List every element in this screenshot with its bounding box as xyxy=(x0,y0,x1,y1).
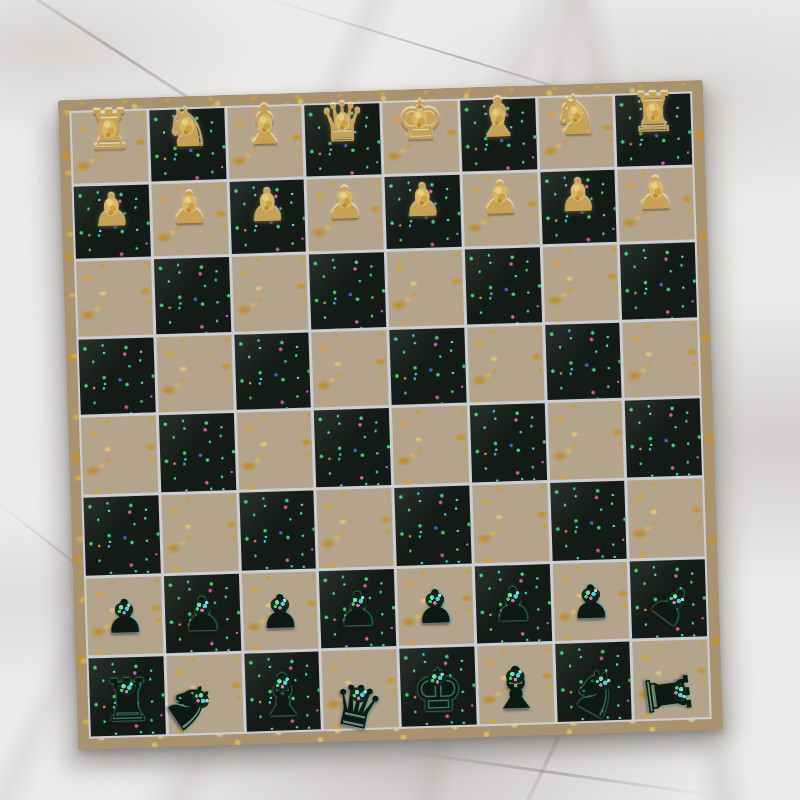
square-r1c0[interactable]: ♟ xyxy=(74,184,151,259)
piece-glyph: ♝ xyxy=(256,666,310,726)
chess-board: ♜♞♝♛♚♝♞♜♟♟♟♟♟♟♟♟♟♟♟♟♟♟♟♟♜♞♝♛♚♝♞♜ xyxy=(58,80,723,750)
white-bishop[interactable]: ♝ xyxy=(473,107,523,162)
black-bishop[interactable]: ♝ xyxy=(489,655,543,715)
square-r1c2[interactable]: ♟ xyxy=(229,179,306,254)
board-grid: ♜♞♝♛♚♝♞♜♟♟♟♟♟♟♟♟♟♟♟♟♟♟♟♟♜♞♝♛♚♝♞♜ xyxy=(69,91,711,738)
square-r7c4[interactable]: ♚ xyxy=(399,647,476,727)
square-r0c3[interactable]: ♛ xyxy=(304,103,381,176)
square-r0c5[interactable]: ♝ xyxy=(460,98,537,171)
black-king[interactable]: ♚ xyxy=(411,657,465,717)
piece-glyph: ♟ xyxy=(91,188,132,233)
square-r4c7[interactable] xyxy=(625,398,702,477)
white-queen[interactable]: ♛ xyxy=(318,112,368,167)
black-bishop[interactable]: ♝ xyxy=(256,662,310,722)
square-r1c1[interactable]: ♟ xyxy=(151,182,228,257)
square-r3c4[interactable] xyxy=(389,327,466,405)
square-r0c0[interactable]: ♜ xyxy=(71,111,148,184)
square-r1c7[interactable]: ♟ xyxy=(618,167,695,242)
square-r1c6[interactable]: ♟ xyxy=(540,170,617,245)
white-rook[interactable]: ♜ xyxy=(629,102,679,157)
square-r6c6[interactable]: ♟ xyxy=(552,561,629,641)
square-r6c0[interactable]: ♟ xyxy=(86,576,163,656)
square-r4c3[interactable] xyxy=(314,408,391,487)
black-pawn[interactable]: ♟ xyxy=(181,590,224,637)
white-pawn[interactable]: ♟ xyxy=(558,184,599,229)
square-r5c6[interactable] xyxy=(550,481,627,561)
piece-glyph: ♝ xyxy=(473,91,523,146)
black-pawn[interactable]: ♟ xyxy=(414,583,457,630)
square-r4c1[interactable] xyxy=(159,413,236,492)
square-r2c3[interactable] xyxy=(309,252,386,329)
white-pawn[interactable]: ♟ xyxy=(636,182,677,227)
piece-glyph: ♜ xyxy=(100,671,154,731)
white-knight[interactable]: ♞ xyxy=(551,105,601,160)
square-r4c0[interactable] xyxy=(81,416,158,495)
black-rook[interactable]: ♜ xyxy=(639,664,704,723)
square-r4c2[interactable] xyxy=(236,411,313,490)
square-r3c6[interactable] xyxy=(545,323,622,401)
piece-glyph: ♚ xyxy=(395,94,445,149)
square-r5c4[interactable] xyxy=(394,486,471,566)
black-rook[interactable]: ♜ xyxy=(100,667,154,727)
marble-vein xyxy=(381,747,708,796)
white-pawn[interactable]: ♟ xyxy=(247,194,288,239)
square-r6c2[interactable]: ♟ xyxy=(241,571,318,651)
white-pawn[interactable]: ♟ xyxy=(403,189,444,234)
piece-glyph: ♟ xyxy=(402,178,443,223)
square-r4c6[interactable] xyxy=(547,401,624,480)
square-r0c1[interactable]: ♞ xyxy=(149,108,226,181)
square-r5c1[interactable] xyxy=(161,493,238,573)
square-r0c4[interactable]: ♚ xyxy=(382,101,459,174)
square-r7c7[interactable]: ♜ xyxy=(632,640,709,720)
square-r1c3[interactable]: ♟ xyxy=(307,177,384,252)
square-r5c2[interactable] xyxy=(239,491,316,571)
black-pawn[interactable]: ♟ xyxy=(103,592,146,639)
square-r4c5[interactable] xyxy=(469,403,546,482)
white-knight[interactable]: ♞ xyxy=(162,117,212,172)
black-pawn[interactable]: ♟ xyxy=(336,585,379,632)
piece-glyph: ♝ xyxy=(489,659,543,719)
square-r3c5[interactable] xyxy=(467,325,544,403)
piece-glyph: ♞ xyxy=(560,655,633,731)
square-r6c5[interactable]: ♟ xyxy=(475,564,552,644)
square-r3c1[interactable] xyxy=(156,335,233,413)
piece-glyph: ♜ xyxy=(84,103,134,158)
piece-glyph: ♜ xyxy=(628,86,678,141)
square-r1c4[interactable]: ♟ xyxy=(385,175,462,250)
white-rook[interactable]: ♜ xyxy=(85,119,135,174)
black-pawn[interactable]: ♟ xyxy=(492,580,535,627)
piece-glyph: ♟ xyxy=(103,592,146,639)
square-r2c6[interactable] xyxy=(542,245,619,322)
piece-glyph: ♞ xyxy=(551,89,601,144)
white-pawn[interactable]: ♟ xyxy=(325,192,366,237)
black-knight[interactable]: ♞ xyxy=(562,651,635,727)
white-bishop[interactable]: ♝ xyxy=(240,114,290,169)
black-knight[interactable]: ♞ xyxy=(156,666,233,741)
square-r2c5[interactable] xyxy=(465,247,542,324)
square-r3c0[interactable] xyxy=(78,337,155,415)
piece-glyph: ♟ xyxy=(492,580,535,627)
piece-glyph: ♟ xyxy=(336,585,379,632)
piece-glyph: ♚ xyxy=(411,661,465,721)
piece-glyph: ♟ xyxy=(325,181,366,226)
piece-glyph: ♞ xyxy=(162,101,212,156)
piece-glyph: ♛ xyxy=(325,673,388,741)
square-r6c3[interactable]: ♟ xyxy=(319,569,396,649)
square-r5c5[interactable] xyxy=(472,483,549,563)
white-king[interactable]: ♚ xyxy=(396,110,446,165)
square-r2c0[interactable] xyxy=(76,260,153,337)
piece-glyph: ♜ xyxy=(635,664,700,723)
square-r0c7[interactable]: ♜ xyxy=(615,93,692,166)
square-r0c6[interactable]: ♞ xyxy=(538,96,615,169)
square-r2c2[interactable] xyxy=(231,255,308,332)
square-r7c3[interactable]: ♛ xyxy=(322,649,399,729)
piece-glyph: ♟ xyxy=(181,590,224,637)
piece-glyph: ♟ xyxy=(259,587,302,634)
piece-glyph: ♟ xyxy=(569,578,612,625)
black-pawn[interactable]: ♟ xyxy=(569,578,612,625)
black-pawn[interactable]: ♟ xyxy=(259,587,302,634)
piece-glyph: ♟ xyxy=(169,186,210,231)
square-r7c2[interactable]: ♝ xyxy=(244,652,321,732)
white-pawn[interactable]: ♟ xyxy=(169,197,210,242)
square-r7c6[interactable]: ♞ xyxy=(555,642,632,722)
piece-glyph: ♟ xyxy=(558,173,599,218)
square-r5c3[interactable] xyxy=(317,488,394,568)
square-r3c7[interactable] xyxy=(622,320,699,398)
square-r6c4[interactable]: ♟ xyxy=(397,566,474,646)
black-pawn[interactable]: ♟ xyxy=(642,573,702,634)
square-r3c2[interactable] xyxy=(234,332,311,410)
square-r6c7[interactable]: ♟ xyxy=(630,559,707,639)
piece-glyph: ♟ xyxy=(480,176,521,221)
square-r2c1[interactable] xyxy=(154,257,231,334)
square-r2c7[interactable] xyxy=(620,243,697,320)
square-r5c7[interactable] xyxy=(627,478,704,558)
piece-glyph: ♟ xyxy=(642,573,702,634)
piece-glyph: ♟ xyxy=(414,583,457,630)
square-r7c1[interactable]: ♞ xyxy=(166,654,243,734)
square-r6c1[interactable]: ♟ xyxy=(164,574,241,654)
white-pawn[interactable]: ♟ xyxy=(92,199,133,244)
square-r1c5[interactable]: ♟ xyxy=(462,172,539,247)
square-r3c3[interactable] xyxy=(312,330,389,408)
piece-glyph: ♟ xyxy=(247,183,288,228)
square-r7c5[interactable]: ♝ xyxy=(477,644,554,724)
black-queen[interactable]: ♛ xyxy=(326,669,389,737)
piece-glyph: ♝ xyxy=(240,98,290,153)
square-r7c0[interactable]: ♜ xyxy=(89,657,166,737)
piece-glyph: ♛ xyxy=(317,96,367,151)
square-r2c4[interactable] xyxy=(387,250,464,327)
square-r5c0[interactable] xyxy=(83,495,160,575)
square-r4c4[interactable] xyxy=(392,406,469,485)
piece-glyph: ♟ xyxy=(635,171,676,216)
square-r0c2[interactable]: ♝ xyxy=(227,106,304,179)
white-pawn[interactable]: ♟ xyxy=(480,187,521,232)
